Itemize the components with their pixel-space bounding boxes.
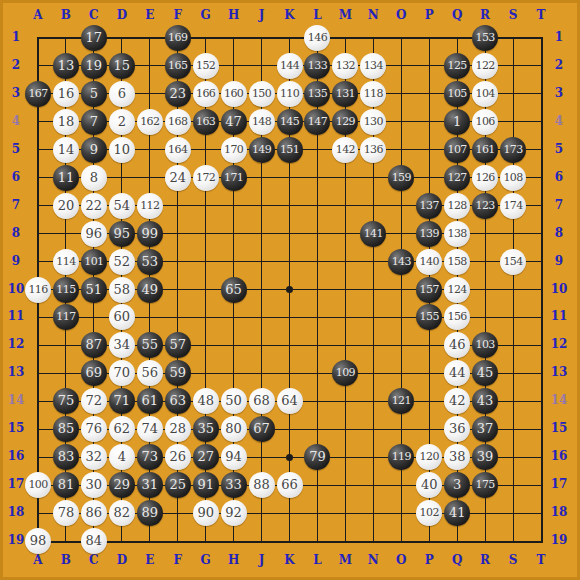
stone-S6-move-108[interactable]: 108 <box>500 165 526 191</box>
star-point-K10 <box>286 286 293 293</box>
stone-K17-move-66[interactable]: 66 <box>277 472 303 498</box>
row-label-left-6: 6 <box>3 170 29 184</box>
row-label-left-9: 9 <box>3 254 29 268</box>
stone-H18-move-92[interactable]: 92 <box>221 500 247 526</box>
col-label-top-M: M <box>335 8 355 22</box>
stone-B18-move-78[interactable]: 78 <box>53 500 79 526</box>
stone-D10-move-58[interactable]: 58 <box>109 277 135 303</box>
stone-F14-move-63[interactable]: 63 <box>165 388 191 414</box>
col-label-bottom-N: N <box>363 553 383 567</box>
stone-R7-move-123[interactable]: 123 <box>472 193 498 219</box>
row-label-right-7: 7 <box>546 198 572 212</box>
stone-F15-move-28[interactable]: 28 <box>165 416 191 442</box>
stone-P9-move-140[interactable]: 140 <box>416 249 442 275</box>
stone-R5-move-161[interactable]: 161 <box>472 137 498 163</box>
col-label-top-F: F <box>168 8 188 22</box>
stone-E8-move-99[interactable]: 99 <box>137 221 163 247</box>
stone-A19-move-98[interactable]: 98 <box>25 528 51 554</box>
stone-A17-move-100[interactable]: 100 <box>25 472 51 498</box>
stone-N5-move-136[interactable]: 136 <box>360 137 386 163</box>
stone-Q9-move-158[interactable]: 158 <box>444 249 470 275</box>
col-label-top-J: J <box>252 8 272 22</box>
stone-E15-move-74[interactable]: 74 <box>137 416 163 442</box>
stone-Q10-move-124[interactable]: 124 <box>444 277 470 303</box>
stone-C16-move-32[interactable]: 32 <box>81 444 107 470</box>
stone-K3-move-110[interactable]: 110 <box>277 81 303 107</box>
stone-F17-move-25[interactable]: 25 <box>165 472 191 498</box>
stone-C14-move-72[interactable]: 72 <box>81 388 107 414</box>
row-label-left-11: 11 <box>3 309 29 323</box>
stone-D2-move-15[interactable]: 15 <box>109 53 135 79</box>
col-label-bottom-A: A <box>28 553 48 567</box>
stone-R3-move-104[interactable]: 104 <box>472 81 498 107</box>
stone-C8-move-96[interactable]: 96 <box>81 221 107 247</box>
stone-F2-move-165[interactable]: 165 <box>165 53 191 79</box>
col-label-bottom-S: S <box>503 553 523 567</box>
row-label-right-1: 1 <box>546 30 572 44</box>
row-label-left-15: 15 <box>3 421 29 435</box>
go-board-screen: AABBCCDDEEFFGGHHJJKKLLMMNNOOPPQQRRSSTT11… <box>0 0 580 580</box>
stone-F16-move-26[interactable]: 26 <box>165 444 191 470</box>
col-label-bottom-P: P <box>419 553 439 567</box>
stone-B2-move-13[interactable]: 13 <box>53 53 79 79</box>
row-label-left-13: 13 <box>3 365 29 379</box>
row-label-left-8: 8 <box>3 226 29 240</box>
stone-Q2-move-125[interactable]: 125 <box>444 53 470 79</box>
stone-J17-move-88[interactable]: 88 <box>249 472 275 498</box>
stone-P10-move-157[interactable]: 157 <box>416 277 442 303</box>
stone-J14-move-68[interactable]: 68 <box>249 388 275 414</box>
stone-F4-move-168[interactable]: 168 <box>165 109 191 135</box>
stone-R6-move-126[interactable]: 126 <box>472 165 498 191</box>
stone-H14-move-50[interactable]: 50 <box>221 388 247 414</box>
stone-P7-move-137[interactable]: 137 <box>416 193 442 219</box>
stone-S7-move-174[interactable]: 174 <box>500 193 526 219</box>
stone-F6-move-24[interactable]: 24 <box>165 165 191 191</box>
stone-E9-move-53[interactable]: 53 <box>137 249 163 275</box>
row-label-right-11: 11 <box>546 309 572 323</box>
row-label-left-16: 16 <box>3 449 29 463</box>
stone-C19-move-84[interactable]: 84 <box>81 528 107 554</box>
stone-D16-move-4[interactable]: 4 <box>109 444 135 470</box>
stone-R1-move-153[interactable]: 153 <box>472 25 498 51</box>
col-label-top-K: K <box>280 8 300 22</box>
stone-G16-move-27[interactable]: 27 <box>193 444 219 470</box>
stone-D9-move-52[interactable]: 52 <box>109 249 135 275</box>
col-label-top-T: T <box>531 8 551 22</box>
stone-H10-move-65[interactable]: 65 <box>221 277 247 303</box>
stone-B4-move-18[interactable]: 18 <box>53 109 79 135</box>
stone-C18-move-86[interactable]: 86 <box>81 500 107 526</box>
col-label-bottom-O: O <box>391 553 411 567</box>
col-label-bottom-G: G <box>196 553 216 567</box>
stone-B9-move-114[interactable]: 114 <box>53 249 79 275</box>
stone-Q8-move-138[interactable]: 138 <box>444 221 470 247</box>
stone-H6-move-171[interactable]: 171 <box>221 165 247 191</box>
stone-D5-move-10[interactable]: 10 <box>109 137 135 163</box>
row-label-right-19: 19 <box>546 533 572 547</box>
col-label-top-S: S <box>503 8 523 22</box>
col-label-bottom-T: T <box>531 553 551 567</box>
stone-S5-move-173[interactable]: 173 <box>500 137 526 163</box>
col-label-bottom-M: M <box>335 553 355 567</box>
stone-S9-move-154[interactable]: 154 <box>500 249 526 275</box>
stone-Q6-move-127[interactable]: 127 <box>444 165 470 191</box>
row-label-right-15: 15 <box>546 421 572 435</box>
col-label-bottom-Q: Q <box>447 553 467 567</box>
col-label-top-N: N <box>363 8 383 22</box>
row-label-right-8: 8 <box>546 226 572 240</box>
row-label-left-1: 1 <box>3 30 29 44</box>
stone-C9-move-101[interactable]: 101 <box>81 249 107 275</box>
stone-D17-move-29[interactable]: 29 <box>109 472 135 498</box>
col-label-bottom-J: J <box>252 553 272 567</box>
col-label-bottom-E: E <box>140 553 160 567</box>
row-label-right-17: 17 <box>546 477 572 491</box>
row-label-left-12: 12 <box>3 337 29 351</box>
stone-E13-move-56[interactable]: 56 <box>137 360 163 386</box>
row-label-left-7: 7 <box>3 198 29 212</box>
stone-J3-move-150[interactable]: 150 <box>249 81 275 107</box>
stone-H4-move-47[interactable]: 47 <box>221 109 247 135</box>
stone-F5-move-164[interactable]: 164 <box>165 137 191 163</box>
col-label-top-L: L <box>307 8 327 22</box>
stone-B10-move-115[interactable]: 115 <box>53 277 79 303</box>
row-label-right-13: 13 <box>546 365 572 379</box>
stone-Q5-move-107[interactable]: 107 <box>444 137 470 163</box>
col-label-top-C: C <box>84 8 104 22</box>
stone-E18-move-89[interactable]: 89 <box>137 500 163 526</box>
stone-P8-move-139[interactable]: 139 <box>416 221 442 247</box>
stone-C4-move-7[interactable]: 7 <box>81 109 107 135</box>
stone-C7-move-22[interactable]: 22 <box>81 193 107 219</box>
stone-D4-move-2[interactable]: 2 <box>109 109 135 135</box>
row-label-right-5: 5 <box>546 142 572 156</box>
col-label-top-R: R <box>475 8 495 22</box>
row-label-left-18: 18 <box>3 505 29 519</box>
stone-E14-move-61[interactable]: 61 <box>137 388 163 414</box>
stone-G14-move-48[interactable]: 48 <box>193 388 219 414</box>
stone-E17-move-31[interactable]: 31 <box>137 472 163 498</box>
stone-Q3-move-105[interactable]: 105 <box>444 81 470 107</box>
stone-J4-move-148[interactable]: 148 <box>249 109 275 135</box>
stone-H16-move-94[interactable]: 94 <box>221 444 247 470</box>
row-label-left-14: 14 <box>3 393 29 407</box>
col-label-top-P: P <box>419 8 439 22</box>
stone-C17-move-30[interactable]: 30 <box>81 472 107 498</box>
stone-R4-move-106[interactable]: 106 <box>472 109 498 135</box>
stone-H3-move-160[interactable]: 160 <box>221 81 247 107</box>
col-label-top-E: E <box>140 8 160 22</box>
stone-A10-move-116[interactable]: 116 <box>25 277 51 303</box>
col-label-top-D: D <box>112 8 132 22</box>
stone-C3-move-5[interactable]: 5 <box>81 81 107 107</box>
row-label-right-6: 6 <box>546 170 572 184</box>
col-label-top-Q: Q <box>447 8 467 22</box>
stone-E12-move-55[interactable]: 55 <box>137 332 163 358</box>
stone-O9-move-143[interactable]: 143 <box>388 249 414 275</box>
stone-D18-move-82[interactable]: 82 <box>109 500 135 526</box>
stone-K5-move-151[interactable]: 151 <box>277 137 303 163</box>
stone-K4-move-145[interactable]: 145 <box>277 109 303 135</box>
row-label-right-16: 16 <box>546 449 572 463</box>
stone-F3-move-23[interactable]: 23 <box>165 81 191 107</box>
row-label-left-4: 4 <box>3 114 29 128</box>
stone-O6-move-159[interactable]: 159 <box>388 165 414 191</box>
col-label-top-H: H <box>224 8 244 22</box>
star-point-K16 <box>286 454 293 461</box>
stone-G3-move-166[interactable]: 166 <box>193 81 219 107</box>
stone-C1-move-17[interactable]: 17 <box>81 25 107 51</box>
stone-B5-move-14[interactable]: 14 <box>53 137 79 163</box>
stone-G6-move-172[interactable]: 172 <box>193 165 219 191</box>
col-label-bottom-D: D <box>112 553 132 567</box>
stone-C6-move-8[interactable]: 8 <box>81 165 107 191</box>
stone-B16-move-83[interactable]: 83 <box>53 444 79 470</box>
row-label-right-14: 14 <box>546 393 572 407</box>
stone-F13-move-59[interactable]: 59 <box>165 360 191 386</box>
stone-N8-move-141[interactable]: 141 <box>360 221 386 247</box>
stone-G4-move-163[interactable]: 163 <box>193 109 219 135</box>
row-label-right-2: 2 <box>546 58 572 72</box>
col-label-top-A: A <box>28 8 48 22</box>
stone-M5-move-142[interactable]: 142 <box>332 137 358 163</box>
stone-Q4-move-1[interactable]: 1 <box>444 109 470 135</box>
col-label-bottom-L: L <box>307 553 327 567</box>
stone-F12-move-57[interactable]: 57 <box>165 332 191 358</box>
col-label-bottom-K: K <box>280 553 300 567</box>
col-label-bottom-F: F <box>168 553 188 567</box>
stone-D14-move-71[interactable]: 71 <box>109 388 135 414</box>
stone-C10-move-51[interactable]: 51 <box>81 277 107 303</box>
row-label-left-2: 2 <box>3 58 29 72</box>
stone-Q7-move-128[interactable]: 128 <box>444 193 470 219</box>
col-label-bottom-C: C <box>84 553 104 567</box>
row-label-right-3: 3 <box>546 86 572 100</box>
stone-D13-move-70[interactable]: 70 <box>109 360 135 386</box>
col-label-bottom-B: B <box>56 553 76 567</box>
col-label-top-B: B <box>56 8 76 22</box>
stone-C5-move-9[interactable]: 9 <box>81 137 107 163</box>
row-label-left-5: 5 <box>3 142 29 156</box>
stone-G15-move-35[interactable]: 35 <box>193 416 219 442</box>
stone-B17-move-81[interactable]: 81 <box>53 472 79 498</box>
row-label-right-12: 12 <box>546 337 572 351</box>
stone-R2-move-122[interactable]: 122 <box>472 53 498 79</box>
stone-N4-move-130[interactable]: 130 <box>360 109 386 135</box>
row-label-right-4: 4 <box>546 114 572 128</box>
row-label-right-18: 18 <box>546 505 572 519</box>
stone-A3-move-167[interactable]: 167 <box>25 81 51 107</box>
stone-K2-move-144[interactable]: 144 <box>277 53 303 79</box>
stone-K14-move-64[interactable]: 64 <box>277 388 303 414</box>
row-label-right-10: 10 <box>546 282 572 296</box>
stone-G2-move-152[interactable]: 152 <box>193 53 219 79</box>
col-label-top-G: G <box>196 8 216 22</box>
stone-G17-move-91[interactable]: 91 <box>193 472 219 498</box>
stone-B15-move-85[interactable]: 85 <box>53 416 79 442</box>
stone-E10-move-49[interactable]: 49 <box>137 277 163 303</box>
col-label-bottom-H: H <box>224 553 244 567</box>
col-label-top-O: O <box>391 8 411 22</box>
col-label-bottom-R: R <box>475 553 495 567</box>
stone-B7-move-20[interactable]: 20 <box>53 193 79 219</box>
stone-D7-move-54[interactable]: 54 <box>109 193 135 219</box>
stone-C2-move-19[interactable]: 19 <box>81 53 107 79</box>
stone-E16-move-73[interactable]: 73 <box>137 444 163 470</box>
stone-J15-move-67[interactable]: 67 <box>249 416 275 442</box>
stone-H15-move-80[interactable]: 80 <box>221 416 247 442</box>
stone-F1-move-169[interactable]: 169 <box>165 25 191 51</box>
stone-C15-move-76[interactable]: 76 <box>81 416 107 442</box>
stone-D3-move-6[interactable]: 6 <box>109 81 135 107</box>
stone-J5-move-149[interactable]: 149 <box>249 137 275 163</box>
stone-B3-move-16[interactable]: 16 <box>53 81 79 107</box>
stone-G18-move-90[interactable]: 90 <box>193 500 219 526</box>
row-label-right-9: 9 <box>546 254 572 268</box>
stone-E4-move-162[interactable]: 162 <box>137 109 163 135</box>
stone-D8-move-95[interactable]: 95 <box>109 221 135 247</box>
stone-H5-move-170[interactable]: 170 <box>221 137 247 163</box>
stone-H17-move-33[interactable]: 33 <box>221 472 247 498</box>
stone-B6-move-11[interactable]: 11 <box>53 165 79 191</box>
stone-D15-move-62[interactable]: 62 <box>109 416 135 442</box>
stone-E7-move-112[interactable]: 112 <box>137 193 163 219</box>
